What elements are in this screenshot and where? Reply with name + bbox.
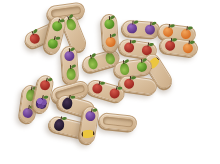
eggplant-icon [53, 118, 65, 132]
domino-half [132, 59, 152, 75]
domino-red-apple-orange[interactable] [159, 36, 199, 57]
pear-icon [119, 63, 129, 76]
facedown-recess [103, 116, 134, 127]
domino-half [63, 65, 78, 84]
plum-icon [85, 110, 96, 121]
domino-half [104, 84, 125, 102]
green-apple-icon [104, 19, 115, 30]
domino-half [62, 47, 77, 66]
banana-icon [81, 129, 95, 138]
domino-half [141, 22, 160, 37]
grapes-icon [34, 96, 47, 109]
domino-half [119, 39, 139, 56]
domino-plum-pear[interactable] [61, 45, 80, 84]
domino-half [103, 33, 118, 52]
pear-icon [64, 17, 77, 31]
domino-half [160, 38, 180, 54]
domino-half [123, 21, 142, 36]
green-apple-icon [51, 20, 63, 32]
domino-plum-plum[interactable] [121, 20, 160, 39]
pear-icon [86, 56, 98, 70]
domino-half [79, 124, 96, 144]
green-apple-icon [47, 38, 59, 50]
domino-half [102, 15, 117, 34]
table-surface [0, 0, 220, 164]
domino-half [178, 40, 198, 56]
plum-icon [127, 23, 138, 34]
green-apple-icon [136, 61, 147, 72]
pear-icon [66, 68, 76, 81]
plum-icon [64, 51, 75, 62]
orange-icon [180, 29, 191, 40]
red-apple-icon [123, 42, 134, 53]
domino-half [137, 78, 157, 94]
plum-icon [145, 24, 156, 35]
red-apple-icon [123, 78, 134, 89]
red-apple-icon [39, 79, 51, 91]
red-apple-icon [108, 87, 120, 99]
red-apple-icon [91, 82, 103, 94]
orange-icon [182, 43, 193, 54]
domino-half [82, 106, 99, 126]
domino-facedown[interactable] [98, 112, 137, 132]
domino-half [44, 33, 62, 54]
orange-icon [162, 26, 173, 37]
red-apple-icon [28, 32, 41, 45]
domino-half [32, 92, 50, 113]
orange-icon [105, 37, 116, 48]
domino-green-apple-orange[interactable] [101, 13, 120, 52]
eggplant-icon [61, 96, 74, 110]
red-apple-icon [164, 40, 175, 51]
